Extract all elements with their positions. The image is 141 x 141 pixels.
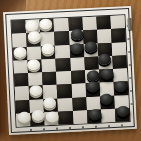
square-c4[interactable] xyxy=(42,58,57,72)
square-h8[interactable]: ⛀ xyxy=(115,108,130,122)
square-a3[interactable]: ⛂ xyxy=(13,47,28,61)
square-d3[interactable] xyxy=(55,45,70,59)
black-checker-piece[interactable]: ⛀ xyxy=(70,29,84,41)
square-c3[interactable]: ⛂ xyxy=(41,45,56,59)
square-d5[interactable] xyxy=(56,71,71,85)
black-checker-piece[interactable]: ⛀ xyxy=(86,70,100,82)
square-e5[interactable] xyxy=(71,70,86,84)
black-checker-piece[interactable]: ⛀ xyxy=(116,106,130,118)
black-checker-piece[interactable]: ⛀ xyxy=(100,94,114,106)
square-e8[interactable] xyxy=(72,110,87,124)
white-checker-piece[interactable]: ⛂ xyxy=(27,59,41,71)
square-h1[interactable] xyxy=(110,15,125,29)
black-checker-piece[interactable]: ⛀ xyxy=(84,41,98,53)
white-checker-piece[interactable]: ⛂ xyxy=(43,97,57,109)
square-e4[interactable] xyxy=(70,57,85,71)
playing-area: ⛂⛂⛂⛀⛂⛂⛀⛀⛂⛀⛀⛀⛂⛀⛀⛂⛀⛂⛂⛂⛀⛀ xyxy=(10,14,130,127)
square-f6[interactable]: ⛀ xyxy=(85,83,100,97)
square-f8[interactable]: ⛀ xyxy=(87,109,102,123)
square-h2[interactable] xyxy=(111,29,126,43)
square-g5[interactable]: ⛀ xyxy=(99,69,114,83)
checkers-board: ⛂⛂⛂⛀⛂⛂⛀⛀⛂⛀⛀⛀⛂⛀⛀⛂⛀⛂⛂⛂⛀⛀ xyxy=(3,6,137,135)
square-e3[interactable]: ⛀ xyxy=(69,44,84,58)
white-checker-piece[interactable]: ⛂ xyxy=(25,20,39,32)
square-a6[interactable] xyxy=(15,86,30,100)
white-checker-piece[interactable]: ⛂ xyxy=(29,85,43,97)
square-c5[interactable] xyxy=(42,72,57,86)
square-h6[interactable]: ⛀ xyxy=(113,81,128,95)
square-c7[interactable]: ⛂ xyxy=(44,98,59,112)
square-d7[interactable] xyxy=(58,97,73,111)
black-checker-piece[interactable]: ⛀ xyxy=(70,43,84,55)
square-d1[interactable] xyxy=(54,18,69,32)
white-checker-piece[interactable]: ⛂ xyxy=(18,112,32,124)
black-checker-piece[interactable]: ⛀ xyxy=(114,81,128,93)
square-f4[interactable] xyxy=(84,56,99,70)
square-b8[interactable]: ⛂ xyxy=(30,112,45,126)
square-a8[interactable]: ⛂ xyxy=(16,113,31,127)
hinge-icon xyxy=(128,18,133,30)
square-a5[interactable] xyxy=(14,73,29,87)
square-d6[interactable] xyxy=(57,84,72,98)
square-b4[interactable]: ⛂ xyxy=(28,59,43,73)
black-checker-piece[interactable]: ⛀ xyxy=(88,109,102,121)
square-e6[interactable] xyxy=(71,84,86,98)
square-f3[interactable]: ⛀ xyxy=(83,43,98,57)
white-checker-piece[interactable]: ⛂ xyxy=(46,111,60,123)
white-checker-piece[interactable]: ⛂ xyxy=(32,110,46,122)
square-g2[interactable] xyxy=(97,29,112,43)
square-c8[interactable]: ⛂ xyxy=(44,111,59,125)
white-checker-piece[interactable]: ⛂ xyxy=(39,18,53,30)
white-checker-piece[interactable]: ⛂ xyxy=(13,47,27,59)
white-checker-piece[interactable]: ⛂ xyxy=(28,31,42,43)
square-e7[interactable] xyxy=(72,97,87,111)
square-d4[interactable] xyxy=(56,58,71,72)
square-g7[interactable]: ⛀ xyxy=(100,95,115,109)
black-checker-piece[interactable]: ⛀ xyxy=(86,81,100,93)
square-a4[interactable] xyxy=(13,60,28,74)
square-b3[interactable] xyxy=(27,46,42,60)
square-a1[interactable] xyxy=(12,20,27,34)
square-c1[interactable]: ⛂ xyxy=(40,19,55,33)
square-h3[interactable] xyxy=(112,42,127,56)
black-checker-piece[interactable]: ⛀ xyxy=(98,54,112,66)
square-g1[interactable] xyxy=(96,16,111,30)
square-b2[interactable]: ⛂ xyxy=(26,33,41,47)
square-f1[interactable] xyxy=(82,17,97,31)
square-b6[interactable]: ⛂ xyxy=(29,86,44,100)
white-checker-piece[interactable]: ⛂ xyxy=(41,43,55,55)
square-f7[interactable] xyxy=(86,96,101,110)
square-g8[interactable] xyxy=(101,109,116,123)
square-d2[interactable] xyxy=(54,31,69,45)
square-d8[interactable] xyxy=(58,111,73,125)
square-h4[interactable] xyxy=(112,55,127,69)
square-a2[interactable] xyxy=(12,33,27,47)
black-checker-piece[interactable]: ⛀ xyxy=(100,68,114,80)
